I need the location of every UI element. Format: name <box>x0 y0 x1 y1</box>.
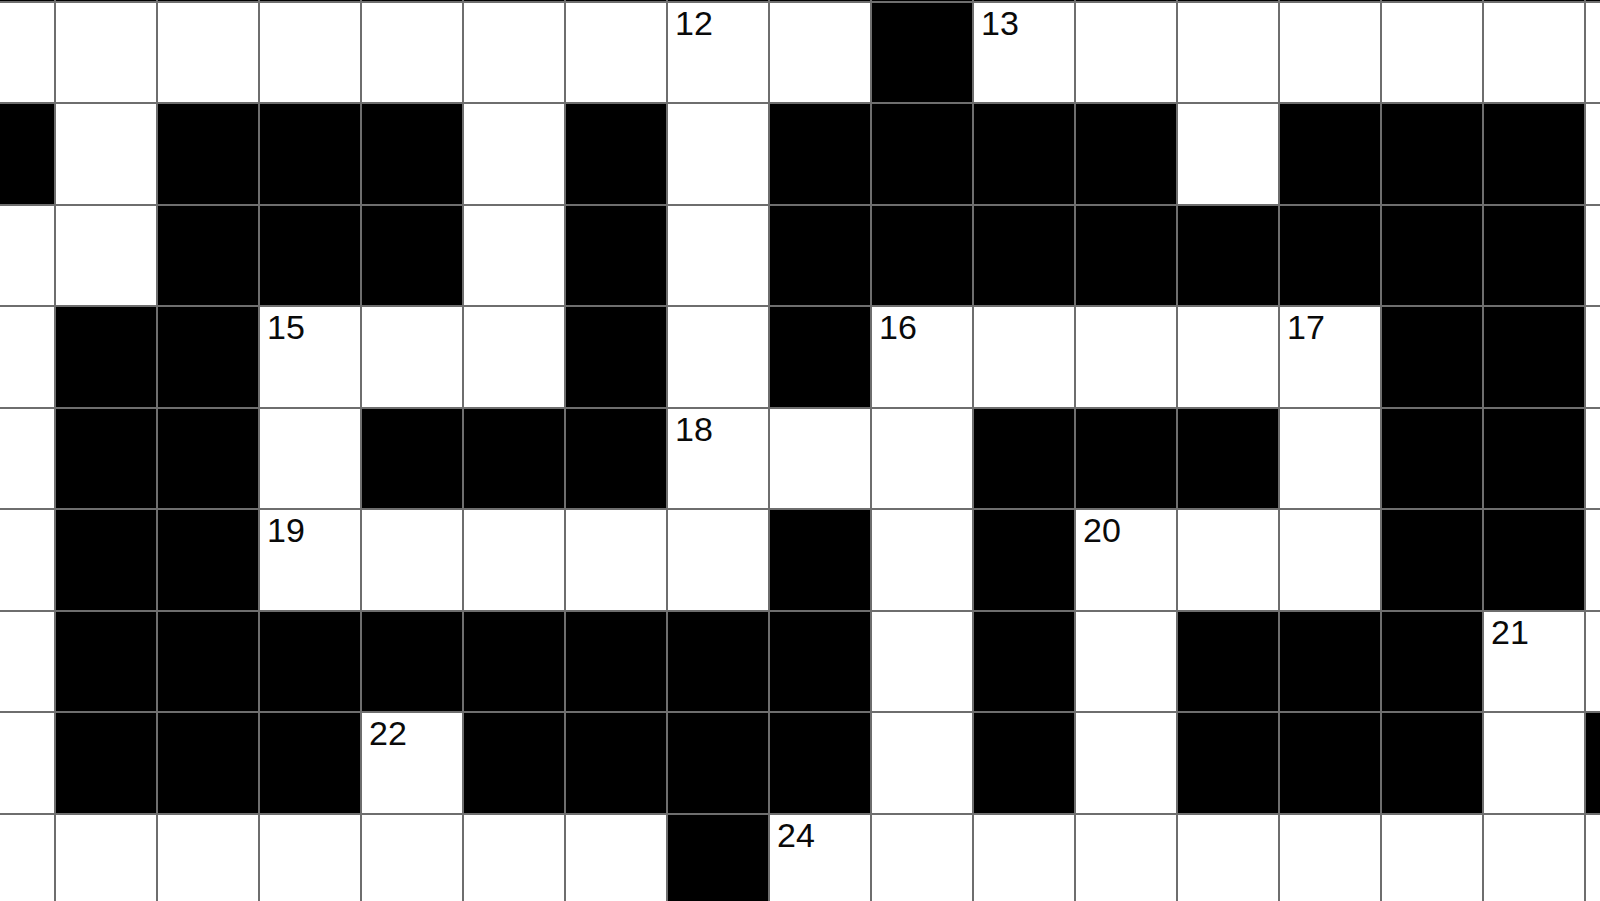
cell-r5-c8-white[interactable] <box>770 409 870 509</box>
cell-r3-c0-white[interactable]: 14 <box>0 206 54 306</box>
cell-r6-c1-black <box>56 510 156 610</box>
cell-r7-c11-white[interactable] <box>1076 612 1176 712</box>
cell-r0-c16-black <box>1586 0 1600 1</box>
cell-r4-c15-black <box>1484 307 1584 407</box>
cell-r4-c14-black <box>1382 307 1482 407</box>
cell-r7-c15-white[interactable]: 21 <box>1484 612 1584 712</box>
cell-r7-c9-white[interactable] <box>872 612 972 712</box>
cell-r2-c9-black <box>872 104 972 204</box>
cell-r7-c4-black <box>362 612 462 712</box>
cell-r0-c15-black <box>1484 0 1584 1</box>
cell-r8-c2-black <box>158 713 258 813</box>
cell-r4-c16-white[interactable] <box>1586 307 1600 407</box>
cell-r3-c10-black <box>974 206 1074 306</box>
cell-r5-c5-black <box>464 409 564 509</box>
cell-r1-c6-white[interactable] <box>566 3 666 103</box>
cell-r6-c8-black <box>770 510 870 610</box>
cell-r7-c6-black <box>566 612 666 712</box>
cell-r5-c6-black <box>566 409 666 509</box>
cell-r0-c1-black <box>56 0 156 1</box>
cell-r0-c2-black <box>158 0 258 1</box>
cell-r4-c1-black <box>56 307 156 407</box>
clue-number-24: 24 <box>777 816 815 855</box>
cell-r0-c13-black <box>1280 0 1380 1</box>
cell-r0-c4-black <box>362 0 462 1</box>
cell-r8-c3-black <box>260 713 360 813</box>
cell-r5-c2-black <box>158 409 258 509</box>
cell-r6-c7-white[interactable] <box>668 510 768 610</box>
cell-r0-c8-black <box>770 0 870 1</box>
cell-r2-c4-black <box>362 104 462 204</box>
cell-r2-c7-white[interactable] <box>668 104 768 204</box>
cell-r8-c7-black <box>668 713 768 813</box>
cell-r9-c12-white[interactable] <box>1178 815 1278 901</box>
cell-r8-c12-black <box>1178 713 1278 813</box>
cell-r3-c1-white[interactable] <box>56 206 156 306</box>
cell-r1-c3-white[interactable] <box>260 3 360 103</box>
cell-r3-c15-black <box>1484 206 1584 306</box>
cell-r7-c2-black <box>158 612 258 712</box>
cell-r9-c8-white[interactable]: 24 <box>770 815 870 901</box>
cell-r3-c13-black <box>1280 206 1380 306</box>
cell-r4-c11-white[interactable] <box>1076 307 1176 407</box>
cell-r2-c14-black <box>1382 104 1482 204</box>
cell-r1-c16-white[interactable] <box>1586 3 1600 103</box>
cell-r1-c4-white[interactable] <box>362 3 462 103</box>
cell-r6-c6-white[interactable] <box>566 510 666 610</box>
cell-r7-c12-black <box>1178 612 1278 712</box>
cell-r5-c7-white[interactable]: 18 <box>668 409 768 509</box>
cell-r6-c10-black <box>974 510 1074 610</box>
cell-r8-c0-white[interactable] <box>0 713 54 813</box>
cell-r5-c3-white[interactable] <box>260 409 360 509</box>
cell-r3-c3-black <box>260 206 360 306</box>
cell-r9-c2-white[interactable] <box>158 815 258 901</box>
cell-r7-c10-black <box>974 612 1074 712</box>
cell-r0-c5-black <box>464 0 564 1</box>
cell-r1-c5-white[interactable] <box>464 3 564 103</box>
cell-r6-c12-white[interactable] <box>1178 510 1278 610</box>
cell-r2-c8-black <box>770 104 870 204</box>
clue-number-18: 18 <box>675 410 713 449</box>
cell-r6-c16-white[interactable] <box>1586 510 1600 610</box>
cell-r0-c14-black <box>1382 0 1482 1</box>
cell-r1-c15-white[interactable] <box>1484 3 1584 103</box>
cell-r1-c7-white[interactable]: 12 <box>668 3 768 103</box>
cell-r5-c12-black <box>1178 409 1278 509</box>
cell-r8-c15-white[interactable] <box>1484 713 1584 813</box>
cell-r6-c15-black <box>1484 510 1584 610</box>
cell-r7-c8-black <box>770 612 870 712</box>
cell-r3-c5-white[interactable] <box>464 206 564 306</box>
clue-number-22: 22 <box>369 714 407 753</box>
cell-r3-c14-black <box>1382 206 1482 306</box>
cell-r2-c1-white[interactable] <box>56 104 156 204</box>
cell-r3-c7-white[interactable] <box>668 206 768 306</box>
cell-r2-c3-black <box>260 104 360 204</box>
cell-r2-c5-white[interactable] <box>464 104 564 204</box>
cell-r7-c1-black <box>56 612 156 712</box>
cell-r3-c11-black <box>1076 206 1176 306</box>
clue-number-21: 21 <box>1491 613 1529 652</box>
cell-r8-c8-black <box>770 713 870 813</box>
cell-r2-c6-black <box>566 104 666 204</box>
cell-r6-c3-white[interactable]: 19 <box>260 510 360 610</box>
cell-r3-c8-black <box>770 206 870 306</box>
cell-r4-c0-white[interactable] <box>0 307 54 407</box>
clue-number-12: 12 <box>675 4 713 43</box>
cell-r1-c10-white[interactable]: 13 <box>974 3 1074 103</box>
cell-r5-c15-black <box>1484 409 1584 509</box>
cell-r8-c13-black <box>1280 713 1380 813</box>
cell-r4-c12-white[interactable] <box>1178 307 1278 407</box>
cell-r5-c10-black <box>974 409 1074 509</box>
cell-r8-c9-white[interactable] <box>872 713 972 813</box>
clue-number-16: 16 <box>879 308 917 347</box>
cell-r1-c11-white[interactable] <box>1076 3 1176 103</box>
cell-r4-c9-white[interactable]: 16 <box>872 307 972 407</box>
cell-r8-c6-black <box>566 713 666 813</box>
cell-r9-c15-white[interactable] <box>1484 815 1584 901</box>
cell-r0-c11-black <box>1076 0 1176 1</box>
cell-r7-c14-black <box>1382 612 1482 712</box>
cell-r9-c7-black <box>668 815 768 901</box>
cell-r6-c2-black <box>158 510 258 610</box>
crossword-board: 12131415161718192021222324 <box>0 0 1600 901</box>
cell-r5-c11-black <box>1076 409 1176 509</box>
cell-r9-c4-white[interactable] <box>362 815 462 901</box>
cell-r5-c1-black <box>56 409 156 509</box>
cell-r4-c8-black <box>770 307 870 407</box>
cell-r9-c0-white[interactable]: 23 <box>0 815 54 901</box>
cell-r4-c3-white[interactable]: 15 <box>260 307 360 407</box>
cell-r2-c16-white[interactable] <box>1586 104 1600 204</box>
cell-r8-c4-white[interactable]: 22 <box>362 713 462 813</box>
cell-r9-c11-white[interactable] <box>1076 815 1176 901</box>
cell-r9-c5-white[interactable] <box>464 815 564 901</box>
cell-r7-c13-black <box>1280 612 1380 712</box>
cell-r8-c16-black <box>1586 713 1600 813</box>
cell-r6-c13-white[interactable] <box>1280 510 1380 610</box>
cell-r0-c3-black <box>260 0 360 1</box>
cell-r1-c9-black <box>872 3 972 103</box>
cell-r4-c4-white[interactable] <box>362 307 462 407</box>
cell-r3-c2-black <box>158 206 258 306</box>
cell-r7-c5-black <box>464 612 564 712</box>
cell-r3-c12-black <box>1178 206 1278 306</box>
cell-r0-c10-black <box>974 0 1074 1</box>
clue-number-15: 15 <box>267 308 305 347</box>
cell-r8-c14-black <box>1382 713 1482 813</box>
cell-r9-c1-white[interactable] <box>56 815 156 901</box>
cell-r7-c0-white[interactable] <box>0 612 54 712</box>
cell-r9-c16-white[interactable] <box>1586 815 1600 901</box>
cell-r0-c0-black <box>0 0 54 1</box>
cell-r5-c13-white[interactable] <box>1280 409 1380 509</box>
cell-r9-c10-white[interactable] <box>974 815 1074 901</box>
cell-r0-c12-black <box>1178 0 1278 1</box>
cell-r2-c10-black <box>974 104 1074 204</box>
cell-r8-c11-white[interactable] <box>1076 713 1176 813</box>
cell-r2-c12-white[interactable] <box>1178 104 1278 204</box>
cell-r6-c14-black <box>1382 510 1482 610</box>
cell-r2-c15-black <box>1484 104 1584 204</box>
cell-r7-c7-black <box>668 612 768 712</box>
cell-r9-c3-white[interactable] <box>260 815 360 901</box>
cell-r9-c6-white[interactable] <box>566 815 666 901</box>
cell-r2-c11-black <box>1076 104 1176 204</box>
clue-number-19: 19 <box>267 511 305 550</box>
cell-r4-c6-black <box>566 307 666 407</box>
cell-r1-c13-white[interactable] <box>1280 3 1380 103</box>
clue-number-20: 20 <box>1083 511 1121 550</box>
cell-r6-c9-white[interactable] <box>872 510 972 610</box>
cell-r1-c14-white[interactable] <box>1382 3 1482 103</box>
cell-r4-c10-white[interactable] <box>974 307 1074 407</box>
cell-r4-c13-white[interactable]: 17 <box>1280 307 1380 407</box>
cell-r3-c16-white[interactable] <box>1586 206 1600 306</box>
cell-r1-c0-white[interactable] <box>0 3 54 103</box>
cell-r9-c9-white[interactable] <box>872 815 972 901</box>
cell-r3-c4-black <box>362 206 462 306</box>
cell-r6-c11-white[interactable]: 20 <box>1076 510 1176 610</box>
clue-number-17: 17 <box>1287 308 1325 347</box>
cell-r4-c2-black <box>158 307 258 407</box>
cell-r3-c6-black <box>566 206 666 306</box>
cell-r1-c2-white[interactable] <box>158 3 258 103</box>
cell-r2-c2-black <box>158 104 258 204</box>
cell-r4-c7-white[interactable] <box>668 307 768 407</box>
clue-number-13: 13 <box>981 4 1019 43</box>
cell-r9-c13-white[interactable] <box>1280 815 1380 901</box>
cell-r7-c3-black <box>260 612 360 712</box>
cell-r5-c14-black <box>1382 409 1482 509</box>
cell-r0-c9-black <box>872 0 972 1</box>
cell-r6-c4-white[interactable] <box>362 510 462 610</box>
cell-r5-c4-black <box>362 409 462 509</box>
cell-r0-c7-black <box>668 0 768 1</box>
cell-r1-c8-white[interactable] <box>770 3 870 103</box>
cell-r1-c12-white[interactable] <box>1178 3 1278 103</box>
cell-r5-c16-white[interactable] <box>1586 409 1600 509</box>
cell-r8-c1-black <box>56 713 156 813</box>
cell-r7-c16-white[interactable] <box>1586 612 1600 712</box>
cell-r8-c5-black <box>464 713 564 813</box>
cell-r3-c9-black <box>872 206 972 306</box>
cell-r4-c5-white[interactable] <box>464 307 564 407</box>
cell-r1-c1-white[interactable] <box>56 3 156 103</box>
cell-r5-c9-white[interactable] <box>872 409 972 509</box>
cell-r0-c6-black <box>566 0 666 1</box>
cell-r2-c0-black <box>0 104 54 204</box>
cell-r5-c0-white[interactable] <box>0 409 54 509</box>
cell-r2-c13-black <box>1280 104 1380 204</box>
cell-r8-c10-black <box>974 713 1074 813</box>
cell-r6-c0-white[interactable] <box>0 510 54 610</box>
cell-r6-c5-white[interactable] <box>464 510 564 610</box>
cell-r9-c14-white[interactable] <box>1382 815 1482 901</box>
